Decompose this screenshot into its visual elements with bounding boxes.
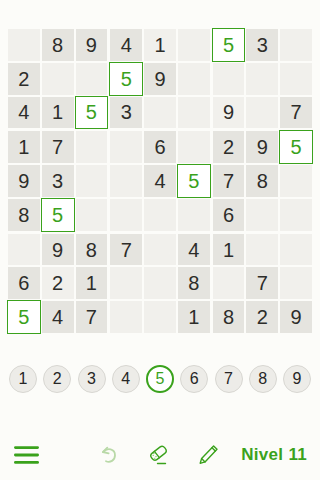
cell-r8c6[interactable]: 8 xyxy=(178,267,210,299)
cell-r5c1[interactable]: 9 xyxy=(8,165,40,197)
number-button-9[interactable]: 9 xyxy=(283,365,311,393)
cell-r2c3[interactable] xyxy=(76,63,108,95)
cell-r7c7[interactable]: 1 xyxy=(213,234,245,266)
cell-r9c7[interactable]: 8 xyxy=(213,301,245,333)
block-8: 7481 xyxy=(110,234,209,333)
cell-r6c6[interactable] xyxy=(178,199,210,231)
cell-r8c3[interactable]: 1 xyxy=(76,267,108,299)
cell-r5c7[interactable]: 7 xyxy=(213,165,245,197)
hamburger-icon xyxy=(14,445,39,465)
number-button-5[interactable]: 5 xyxy=(146,365,174,393)
cell-r6c8[interactable] xyxy=(246,199,278,231)
cell-r2c1[interactable]: 2 xyxy=(8,63,40,95)
pencil-button[interactable] xyxy=(197,444,219,466)
block-1: 892415 xyxy=(8,29,107,128)
cell-r3c3[interactable]: 5 xyxy=(76,97,108,129)
cell-r1c9[interactable] xyxy=(280,29,312,61)
cell-r9c5[interactable] xyxy=(144,301,176,333)
number-picker: 123456789 xyxy=(9,364,311,393)
cell-r9c2[interactable]: 4 xyxy=(42,301,74,333)
cell-r1c2[interactable]: 8 xyxy=(42,29,74,61)
cell-r5c6[interactable]: 5 xyxy=(178,165,210,197)
cell-r8c2[interactable]: 2 xyxy=(42,267,74,299)
cell-r6c5[interactable] xyxy=(144,199,176,231)
cell-r4c6[interactable] xyxy=(178,131,210,163)
cell-r2c2[interactable] xyxy=(42,63,74,95)
cell-r6c7[interactable]: 6 xyxy=(213,199,245,231)
cell-r3c4[interactable]: 3 xyxy=(110,97,142,129)
block-6: 295786 xyxy=(213,131,312,230)
cell-r5c9[interactable] xyxy=(280,165,312,197)
number-button-2[interactable]: 2 xyxy=(43,365,71,393)
cell-r7c4[interactable]: 7 xyxy=(110,234,142,266)
cell-r5c5[interactable]: 4 xyxy=(144,165,176,197)
bottom-toolbar: Nivel 11 xyxy=(0,441,320,469)
undo-button[interactable] xyxy=(99,445,119,465)
cell-r7c5[interactable] xyxy=(144,234,176,266)
block-5: 645 xyxy=(110,131,209,230)
menu-button[interactable] xyxy=(14,445,39,465)
cell-r8c1[interactable]: 6 xyxy=(8,267,40,299)
cell-r7c1[interactable] xyxy=(8,234,40,266)
cell-r4c4[interactable] xyxy=(110,131,142,163)
cell-r4c2[interactable]: 7 xyxy=(42,131,74,163)
cell-r5c3[interactable] xyxy=(76,165,108,197)
cell-r2c4[interactable]: 5 xyxy=(110,63,142,95)
cell-r3c6[interactable] xyxy=(178,97,210,129)
number-button-3[interactable]: 3 xyxy=(78,365,106,393)
cell-r9c3[interactable]: 7 xyxy=(76,301,108,333)
cell-r9c8[interactable]: 2 xyxy=(246,301,278,333)
cell-r8c9[interactable] xyxy=(280,267,312,299)
pencil-icon xyxy=(197,444,219,466)
cell-r6c9[interactable] xyxy=(280,199,312,231)
cell-r7c2[interactable]: 9 xyxy=(42,234,74,266)
block-9: 17829 xyxy=(213,234,312,333)
block-2: 41593 xyxy=(110,29,209,128)
cell-r1c1[interactable] xyxy=(8,29,40,61)
cell-r7c9[interactable] xyxy=(280,234,312,266)
sudoku-board: 892415 41593 5397 179385 645 295786 9862… xyxy=(8,29,312,333)
undo-icon xyxy=(99,445,119,465)
cell-r1c4[interactable]: 4 xyxy=(110,29,142,61)
cell-r6c4[interactable] xyxy=(110,199,142,231)
cell-r8c7[interactable] xyxy=(213,267,245,299)
number-button-7[interactable]: 7 xyxy=(215,365,243,393)
cell-r9c4[interactable] xyxy=(110,301,142,333)
number-button-6[interactable]: 6 xyxy=(180,365,208,393)
cell-r1c3[interactable]: 9 xyxy=(76,29,108,61)
cell-r9c6[interactable]: 1 xyxy=(178,301,210,333)
cell-r7c6[interactable]: 4 xyxy=(178,234,210,266)
cell-r3c2[interactable]: 1 xyxy=(42,97,74,129)
cell-r6c2[interactable]: 5 xyxy=(42,199,74,231)
cell-r4c3[interactable] xyxy=(76,131,108,163)
block-7: 98621547 xyxy=(8,234,107,333)
cell-r5c8[interactable]: 8 xyxy=(246,165,278,197)
cell-r7c3[interactable]: 8 xyxy=(76,234,108,266)
cell-r1c8[interactable]: 3 xyxy=(246,29,278,61)
cell-r2c7[interactable] xyxy=(213,63,245,95)
eraser-icon xyxy=(148,444,170,466)
number-button-4[interactable]: 4 xyxy=(112,365,140,393)
block-4: 179385 xyxy=(8,131,107,230)
cell-r1c5[interactable]: 1 xyxy=(144,29,176,61)
cell-r4c9[interactable]: 5 xyxy=(280,131,312,163)
cell-r1c6[interactable] xyxy=(178,29,210,61)
block-3: 5397 xyxy=(213,29,312,128)
level-label: Nivel 11 xyxy=(241,445,307,465)
cell-r1c7[interactable]: 5 xyxy=(213,29,245,61)
cell-r6c1[interactable]: 8 xyxy=(8,199,40,231)
cell-r3c7[interactable]: 9 xyxy=(213,97,245,129)
cell-r9c1[interactable]: 5 xyxy=(8,301,40,333)
cell-r3c9[interactable]: 7 xyxy=(280,97,312,129)
cell-r4c1[interactable]: 1 xyxy=(8,131,40,163)
cell-r9c9[interactable]: 9 xyxy=(280,301,312,333)
cell-r5c4[interactable] xyxy=(110,165,142,197)
cell-r2c6[interactable] xyxy=(178,63,210,95)
cell-r7c8[interactable] xyxy=(246,234,278,266)
cell-r4c5[interactable]: 6 xyxy=(144,131,176,163)
eraser-button[interactable] xyxy=(148,444,170,466)
cell-r3c5[interactable] xyxy=(144,97,176,129)
cell-r2c8[interactable] xyxy=(246,63,278,95)
cell-r8c8[interactable]: 7 xyxy=(246,267,278,299)
number-button-8[interactable]: 8 xyxy=(249,365,277,393)
cell-r5c2[interactable]: 3 xyxy=(42,165,74,197)
cell-r2c9[interactable] xyxy=(280,63,312,95)
cell-r6c3[interactable] xyxy=(76,199,108,231)
cell-r2c5[interactable]: 9 xyxy=(144,63,176,95)
cell-r3c8[interactable] xyxy=(246,97,278,129)
cell-r4c8[interactable]: 9 xyxy=(246,131,278,163)
cell-r3c1[interactable]: 4 xyxy=(8,97,40,129)
cell-r8c5[interactable] xyxy=(144,267,176,299)
number-button-1[interactable]: 1 xyxy=(9,365,37,393)
cell-r8c4[interactable] xyxy=(110,267,142,299)
cell-r4c7[interactable]: 2 xyxy=(213,131,245,163)
